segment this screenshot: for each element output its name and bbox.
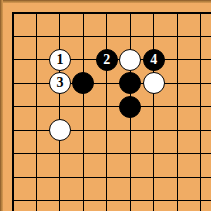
board-intersection[interactable] [165,25,188,48]
board-intersection[interactable] [95,72,118,95]
board-intersection[interactable] [48,165,71,188]
board-intersection[interactable] [165,1,188,24]
board-intersection[interactable] [165,142,188,165]
board-intersection[interactable] [165,48,188,71]
board-intersection[interactable] [72,25,95,48]
board-intersection[interactable] [118,72,141,95]
stone-white [49,119,71,141]
board-intersection[interactable] [95,165,118,188]
board-intersection[interactable] [1,72,24,95]
board-intersection[interactable] [48,118,71,141]
board-intersection[interactable] [142,189,165,211]
board-intersection[interactable] [1,95,24,118]
board-intersection[interactable] [118,1,141,24]
stone-white [143,72,165,94]
board-intersection[interactable] [1,165,24,188]
board-intersection[interactable] [142,1,165,24]
board-intersection[interactable] [1,118,24,141]
board-intersection[interactable] [142,72,165,95]
board-intersection[interactable] [25,142,48,165]
board-intersection[interactable] [118,25,141,48]
stone-white: 3 [49,72,71,94]
board-intersection[interactable] [165,118,188,141]
move-number-label: 3 [56,76,63,90]
move-number-label: 4 [150,53,157,67]
board-intersection[interactable] [95,95,118,118]
board-intersection[interactable] [25,25,48,48]
board-intersection[interactable] [72,118,95,141]
board-intersection[interactable] [95,142,118,165]
board-intersection[interactable] [118,142,141,165]
board-intersection[interactable] [118,165,141,188]
stone-black [119,72,141,94]
board-intersection[interactable] [189,48,211,71]
board-intersection[interactable] [189,1,211,24]
board-intersection[interactable] [165,165,188,188]
move-number-label: 1 [56,53,63,67]
board-intersection[interactable] [25,189,48,211]
board-intersection[interactable] [1,25,24,48]
board-intersection[interactable] [142,118,165,141]
board-intersection[interactable] [189,72,211,95]
move-number-label: 2 [103,53,110,67]
board-intersection[interactable]: 4 [142,48,165,71]
board-intersection[interactable] [189,118,211,141]
board-intersection[interactable] [189,25,211,48]
board-intersection[interactable] [165,72,188,95]
board-intersection[interactable] [25,95,48,118]
board-intersection[interactable] [72,142,95,165]
board-intersection[interactable] [48,1,71,24]
board-intersection[interactable] [25,1,48,24]
stone-white: 1 [49,49,71,71]
board-intersection[interactable] [189,142,211,165]
stone-black: 2 [96,49,118,71]
board-intersection[interactable] [72,189,95,211]
board-intersection[interactable] [25,72,48,95]
go-board: 1243 [0,0,211,211]
board-intersection[interactable] [189,189,211,211]
board-intersection[interactable] [189,165,211,188]
board-intersection[interactable] [1,189,24,211]
board-intersection[interactable] [142,95,165,118]
board-intersection[interactable] [48,25,71,48]
board-intersection[interactable] [118,118,141,141]
board-intersection[interactable] [118,189,141,211]
board-intersection[interactable] [118,48,141,71]
board-intersection[interactable] [1,1,24,24]
board-intersection[interactable] [72,95,95,118]
board-intersection[interactable] [95,1,118,24]
board-intersection[interactable] [95,189,118,211]
board-intersection[interactable] [142,142,165,165]
board-intersection[interactable] [1,48,24,71]
stone-black: 4 [143,49,165,71]
board-intersection[interactable] [1,142,24,165]
board-intersection[interactable]: 1 [48,48,71,71]
stone-black [72,72,94,94]
board-intersection[interactable] [25,118,48,141]
board-intersection[interactable] [25,48,48,71]
stone-black [119,96,141,118]
board-intersection[interactable] [118,95,141,118]
board-intersection[interactable] [48,189,71,211]
board-intersection[interactable] [165,95,188,118]
board-intersection[interactable] [142,25,165,48]
board-intersection[interactable] [25,165,48,188]
board-intersection[interactable] [189,95,211,118]
board-intersection[interactable] [48,142,71,165]
board-intersection[interactable] [48,95,71,118]
stone-white [119,49,141,71]
board-intersection[interactable] [72,165,95,188]
board-intersection[interactable] [72,48,95,71]
board-grid: 1243 [1,1,211,211]
board-intersection[interactable] [165,189,188,211]
board-intersection[interactable] [95,25,118,48]
board-intersection[interactable] [95,118,118,141]
board-intersection[interactable]: 2 [95,48,118,71]
board-intersection[interactable] [72,1,95,24]
board-intersection[interactable]: 3 [48,72,71,95]
board-intersection[interactable] [142,165,165,188]
board-intersection[interactable] [72,72,95,95]
